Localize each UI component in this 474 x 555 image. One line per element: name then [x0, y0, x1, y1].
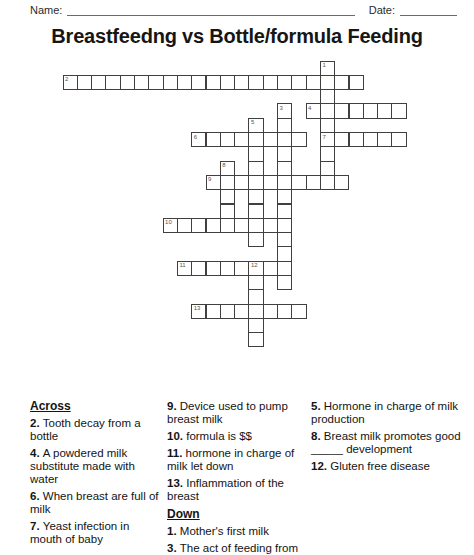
clue-section-heading: Across	[30, 400, 163, 413]
grid-cell[interactable]	[277, 232, 292, 247]
grid-cell[interactable]	[220, 75, 235, 90]
grid-cell[interactable]	[206, 261, 221, 276]
clue-item: 2. Tooth decay from a bottle	[30, 417, 163, 443]
grid-cell[interactable]	[263, 304, 278, 319]
clue-item: 11. hormone in charge of milk let down	[167, 447, 306, 473]
clue-number: 8.	[311, 430, 324, 442]
clue-item: 8. Breast milk promotes good _____ devel…	[311, 430, 466, 456]
grid-cell[interactable]	[291, 132, 306, 147]
grid-cell[interactable]	[263, 218, 278, 233]
clue-section-heading: Down	[167, 508, 306, 521]
grid-cell[interactable]	[291, 75, 306, 90]
name-label: Name:	[30, 4, 62, 17]
grid-cell[interactable]: 9	[206, 175, 221, 190]
grid-cell[interactable]	[177, 75, 192, 90]
grid-cell[interactable]: 8	[220, 161, 235, 176]
grid-cell[interactable]	[334, 103, 349, 118]
grid-cell[interactable]	[349, 103, 364, 118]
grid-cell[interactable]: 7	[320, 132, 335, 147]
grid-cell[interactable]	[206, 75, 221, 90]
grid-cell[interactable]: 3	[277, 103, 292, 118]
grid-cell[interactable]	[277, 304, 292, 319]
grid-cell[interactable]	[377, 132, 392, 147]
date-label: Date:	[369, 4, 395, 17]
worksheet-page: Name: Date: Breastfeedng vs Bottle/formu…	[0, 0, 474, 555]
grid-cell[interactable]	[334, 132, 349, 147]
clue-item: 7. Yeast infection in mouth of baby	[30, 520, 163, 546]
cell-number: 9	[208, 176, 211, 182]
clue-item: 10. formula is $$	[167, 430, 306, 443]
clue-number: 13.	[167, 477, 186, 489]
grid-cell[interactable]	[220, 304, 235, 319]
grid-cell[interactable]	[177, 218, 192, 233]
grid-cell[interactable]	[134, 75, 149, 90]
grid-cell[interactable]	[77, 75, 92, 90]
grid-cell[interactable]	[248, 318, 263, 333]
grid-cell[interactable]	[206, 132, 221, 147]
clue-number: 1.	[167, 525, 180, 537]
grid-cell[interactable]: 12	[248, 261, 263, 276]
grid-cell[interactable]	[220, 261, 235, 276]
clue-item: 9. Device used to pump breast milk	[167, 400, 306, 426]
grid-cell[interactable]	[277, 175, 292, 190]
grid-cell[interactable]	[277, 75, 292, 90]
grid-cell[interactable]	[334, 175, 349, 190]
clue-item: 3. The act of feeding from the breast	[167, 542, 306, 555]
grid-cell[interactable]	[248, 289, 263, 304]
grid-cell[interactable]	[105, 75, 120, 90]
grid-cell[interactable]	[263, 132, 278, 147]
clue-number: 2.	[30, 417, 43, 429]
grid-cell[interactable]	[320, 175, 335, 190]
grid-cell[interactable]	[320, 146, 335, 161]
cell-number: 11	[179, 262, 185, 268]
grid-cell[interactable]: 1	[320, 61, 335, 76]
cell-number: 1	[322, 62, 325, 68]
clue-column-middle: 9. Device used to pump breast milk10. fo…	[167, 400, 306, 555]
grid-cell[interactable]	[263, 75, 278, 90]
grid-cell[interactable]	[320, 161, 335, 176]
grid-cell[interactable]	[248, 189, 263, 204]
grid-cell[interactable]	[248, 304, 263, 319]
clue-number: 3.	[167, 542, 180, 554]
grid-cell[interactable]	[248, 232, 263, 247]
cell-number: 4	[308, 105, 311, 111]
grid-cell[interactable]	[320, 89, 335, 104]
grid-cell[interactable]: 2	[63, 75, 78, 90]
grid-cell[interactable]	[391, 132, 406, 147]
grid-cell[interactable]	[277, 132, 292, 147]
grid-cell[interactable]	[191, 261, 206, 276]
grid-cell[interactable]	[248, 332, 263, 347]
grid-cell[interactable]	[306, 175, 321, 190]
grid-cell[interactable]: 6	[191, 132, 206, 147]
date-blank-line[interactable]	[400, 3, 457, 16]
grid-cell[interactable]	[291, 175, 306, 190]
clue-number: 4.	[30, 447, 43, 459]
grid-cell[interactable]	[320, 75, 335, 90]
grid-cell[interactable]	[306, 75, 321, 90]
grid-cell[interactable]	[234, 218, 249, 233]
grid-cell[interactable]: 4	[306, 103, 321, 118]
cell-number: 3	[280, 105, 283, 111]
grid-cell[interactable]	[277, 146, 292, 161]
grid-cell[interactable]	[277, 161, 292, 176]
grid-cell[interactable]	[206, 304, 221, 319]
cell-number: 8	[222, 162, 225, 168]
clue-number: 10.	[167, 430, 186, 442]
grid-cell[interactable]	[248, 275, 263, 290]
grid-cell[interactable]	[248, 132, 263, 147]
grid-cell[interactable]	[277, 246, 292, 261]
grid-cell[interactable]	[248, 204, 263, 219]
grid-cell[interactable]	[234, 261, 249, 276]
grid-cell[interactable]	[277, 261, 292, 276]
page-title: Breastfeedng vs Bottle/formula Feeding	[0, 25, 474, 48]
grid-cell[interactable]	[291, 304, 306, 319]
grid-cell[interactable]	[163, 75, 178, 90]
grid-cell[interactable]	[277, 275, 292, 290]
grid-cell[interactable]	[220, 132, 235, 147]
cell-number: 2	[65, 76, 68, 82]
clue-number: 11.	[167, 447, 186, 459]
grid-cell[interactable]	[277, 118, 292, 133]
grid-cell[interactable]	[320, 118, 335, 133]
cell-number: 10	[165, 219, 172, 225]
grid-cell[interactable]	[220, 204, 235, 219]
clue-item: 12. Gluten free disease	[311, 460, 466, 473]
grid-cell[interactable]: 5	[248, 118, 263, 133]
clue-number: 9.	[167, 400, 180, 412]
grid-cell[interactable]	[191, 218, 206, 233]
grid-cell[interactable]	[248, 175, 263, 190]
grid-cell[interactable]	[206, 218, 221, 233]
cell-number: 5	[251, 119, 254, 125]
name-blank-line[interactable]	[67, 3, 354, 16]
grid-cell[interactable]	[391, 103, 406, 118]
grid-cell[interactable]	[234, 75, 249, 90]
clue-item: 1. Mother's first milk	[167, 525, 306, 538]
grid-cell[interactable]	[191, 75, 206, 90]
grid-cell[interactable]	[220, 175, 235, 190]
grid-cell[interactable]: 11	[177, 261, 192, 276]
grid-cell[interactable]	[220, 218, 235, 233]
grid-cell[interactable]	[349, 132, 364, 147]
clue-column-left: Across2. Tooth decay from a bottle4. A p…	[30, 400, 163, 550]
grid-cell[interactable]	[349, 75, 364, 90]
grid-cell[interactable]	[277, 189, 292, 204]
clue-item: 6. When breast are full of milk	[30, 490, 163, 516]
clue-number: 7.	[30, 520, 43, 532]
cell-number: 13	[194, 305, 201, 311]
grid-cell[interactable]	[363, 132, 378, 147]
grid-cell[interactable]	[248, 161, 263, 176]
grid-cell[interactable]	[363, 103, 378, 118]
grid-cell[interactable]	[334, 75, 349, 90]
grid-cell[interactable]	[234, 175, 249, 190]
grid-cell[interactable]: 10	[163, 218, 178, 233]
clue-item: 13. Inflammation of the breast	[167, 477, 306, 503]
grid-cell[interactable]	[377, 103, 392, 118]
cell-number: 12	[251, 262, 258, 268]
grid-cell[interactable]	[120, 75, 135, 90]
grid-cell[interactable]	[320, 103, 335, 118]
grid-cell[interactable]	[234, 304, 249, 319]
clue-item: 4. A powdered milk substitute made with …	[30, 447, 163, 485]
grid-cell[interactable]	[248, 146, 263, 161]
cell-number: 6	[194, 134, 197, 140]
cell-number: 7	[322, 134, 325, 140]
grid-cell[interactable]	[263, 175, 278, 190]
clue-number: 12.	[311, 460, 330, 472]
grid-cell[interactable]	[148, 75, 163, 90]
clue-column-right: 5. Hormone in charge of milk production8…	[311, 400, 466, 477]
clue-number: 5.	[311, 400, 324, 412]
clue-number: 6.	[30, 490, 43, 502]
grid-cell[interactable]	[277, 218, 292, 233]
grid-cell[interactable]	[91, 75, 106, 90]
grid-cell[interactable]: 13	[191, 304, 206, 319]
grid-cell[interactable]	[263, 261, 278, 276]
grid-cell[interactable]	[220, 189, 235, 204]
grid-cell[interactable]	[277, 204, 292, 219]
header: Name: Date:	[30, 3, 457, 17]
grid-cell[interactable]	[248, 75, 263, 90]
grid-cell[interactable]	[234, 132, 249, 147]
grid-cell[interactable]	[248, 218, 263, 233]
clue-item: 5. Hormone in charge of milk production	[311, 400, 466, 426]
